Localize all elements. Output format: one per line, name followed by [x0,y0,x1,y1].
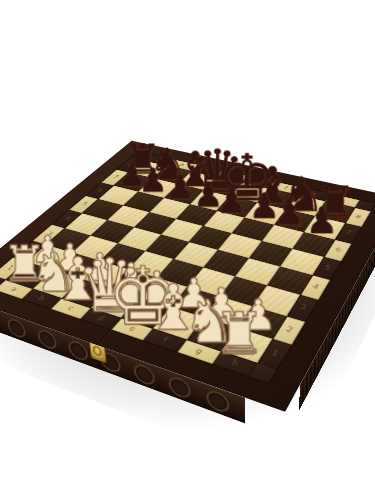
clasp-hook-icon [92,344,102,357]
chess-board-box: aa88bb77cc66dd55ee44ff33gg22hh11 ♜♞♝♛♚♝♞… [0,141,375,412]
product-photo-stage: aa88bb77cc66dd55ee44ff33gg22hh11 ♜♞♝♛♚♝♞… [0,0,375,500]
